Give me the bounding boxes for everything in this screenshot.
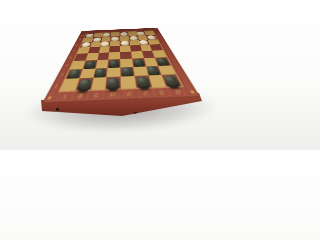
- black-piece[interactable]: [77, 79, 92, 90]
- corner-ornament-icon: [189, 90, 194, 93]
- black-piece[interactable]: [109, 60, 120, 67]
- corner-ornament-icon: [154, 29, 156, 30]
- black-piece[interactable]: [156, 58, 170, 65]
- square[interactable]: [106, 77, 121, 89]
- file-label: D: [104, 90, 121, 100]
- square[interactable]: [107, 67, 121, 77]
- square[interactable]: [90, 77, 106, 89]
- black-piece[interactable]: [163, 75, 180, 85]
- black-piece[interactable]: [84, 60, 96, 68]
- black-piece[interactable]: [94, 68, 107, 77]
- square[interactable]: [162, 75, 182, 87]
- file-label: H: [168, 87, 189, 97]
- square[interactable]: [158, 65, 176, 75]
- black-piece[interactable]: [121, 67, 133, 76]
- file-label: C: [87, 90, 105, 100]
- scene: 87654321 ABCDEFGH: [0, 0, 240, 150]
- black-piece[interactable]: [107, 78, 120, 89]
- board-frame: 87654321 ABCDEFGH: [43, 28, 200, 102]
- file-label: E: [121, 89, 138, 99]
- hinge-left: [56, 108, 59, 111]
- black-piece[interactable]: [133, 59, 145, 66]
- corner-ornament-icon: [47, 96, 52, 99]
